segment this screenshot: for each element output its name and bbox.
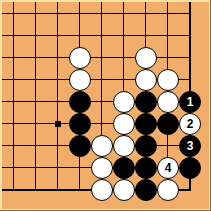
go-stone-white <box>135 47 157 69</box>
board-intersection <box>91 69 113 91</box>
board-intersection <box>135 3 157 25</box>
board-intersection <box>157 69 179 91</box>
board-intersection <box>69 157 91 179</box>
board-intersection <box>113 47 135 69</box>
board-intersection <box>25 47 47 69</box>
hoshi-star-point <box>55 121 61 127</box>
board-intersection <box>25 157 47 179</box>
board-intersection <box>157 113 179 135</box>
go-stone-white <box>69 47 91 69</box>
go-stone-black <box>135 113 157 135</box>
board-intersection <box>179 179 201 201</box>
board-intersection <box>69 179 91 201</box>
board-intersection <box>157 25 179 47</box>
board-intersection <box>47 157 69 179</box>
go-stone-white <box>113 91 135 113</box>
frame-shadow-right <box>210 0 211 211</box>
go-stone-white: 2 <box>179 113 201 135</box>
board-intersection <box>135 25 157 47</box>
board-intersection <box>25 69 47 91</box>
board-intersection <box>179 69 201 91</box>
go-stone-white <box>157 91 179 113</box>
go-stone-white <box>135 69 157 91</box>
go-stone-white <box>157 69 179 91</box>
frame-shadow-bottom <box>0 210 211 211</box>
board-intersection <box>179 157 201 179</box>
stone-grid: 1234 <box>3 3 201 201</box>
board-intersection <box>113 157 135 179</box>
board-intersection <box>47 91 69 113</box>
board-intersection <box>69 3 91 25</box>
move-number-label: 3 <box>187 140 194 152</box>
board-intersection <box>157 47 179 69</box>
board-intersection <box>113 69 135 91</box>
board-intersection <box>3 157 25 179</box>
go-stone-white <box>113 179 135 201</box>
go-stone-white: 4 <box>157 157 179 179</box>
board-intersection <box>135 179 157 201</box>
board-intersection <box>135 69 157 91</box>
board-intersection <box>25 3 47 25</box>
board-intersection <box>47 179 69 201</box>
go-stone-white <box>91 135 113 157</box>
go-stone-black <box>69 135 91 157</box>
board-intersection <box>47 135 69 157</box>
board-intersection <box>69 25 91 47</box>
board-intersection <box>3 135 25 157</box>
board-intersection <box>91 91 113 113</box>
board-intersection <box>3 113 25 135</box>
go-stone-black <box>113 157 135 179</box>
go-stone-black <box>135 179 157 201</box>
board-intersection <box>47 47 69 69</box>
move-number-label: 2 <box>187 118 194 130</box>
board-intersection: 4 <box>157 157 179 179</box>
move-number-label: 4 <box>165 162 172 174</box>
board-intersection <box>3 179 25 201</box>
board-intersection <box>135 47 157 69</box>
board-intersection <box>69 135 91 157</box>
board-intersection <box>69 69 91 91</box>
go-board-diagram: 1234 <box>0 0 211 211</box>
board-intersection <box>113 91 135 113</box>
board-intersection <box>91 113 113 135</box>
board-intersection <box>135 157 157 179</box>
board-intersection <box>3 25 25 47</box>
board-intersection <box>25 91 47 113</box>
board-intersection <box>179 25 201 47</box>
board-intersection <box>47 25 69 47</box>
board-intersection <box>113 135 135 157</box>
go-stone-black: 3 <box>179 135 201 157</box>
board-intersection <box>69 91 91 113</box>
go-stone-black <box>69 91 91 113</box>
board-intersection <box>3 69 25 91</box>
board-intersection <box>91 3 113 25</box>
frame-edge-top <box>0 0 211 2</box>
board-intersection <box>113 3 135 25</box>
board-intersection <box>25 25 47 47</box>
board-intersection <box>135 135 157 157</box>
board-intersection <box>3 91 25 113</box>
board-intersection <box>91 135 113 157</box>
board-intersection <box>179 47 201 69</box>
board-intersection <box>113 25 135 47</box>
board-intersection <box>69 113 91 135</box>
board-intersection <box>113 179 135 201</box>
board-intersection <box>157 3 179 25</box>
go-stone-black <box>135 135 157 157</box>
board-intersection <box>25 113 47 135</box>
go-stone-black <box>157 113 179 135</box>
go-stone-white <box>113 135 135 157</box>
go-stone-black <box>135 157 157 179</box>
board-intersection <box>157 91 179 113</box>
go-stone-white <box>157 179 179 201</box>
go-stone-black <box>135 91 157 113</box>
board-intersection <box>91 179 113 201</box>
board-intersection <box>47 3 69 25</box>
board-intersection <box>91 157 113 179</box>
board-intersection <box>25 179 47 201</box>
board-intersection <box>47 69 69 91</box>
go-stone-black: 1 <box>179 91 201 113</box>
board-intersection: 2 <box>179 113 201 135</box>
board-intersection <box>135 91 157 113</box>
board-intersection <box>179 3 201 25</box>
go-stone-white <box>113 113 135 135</box>
board-intersection <box>113 113 135 135</box>
board-intersection <box>91 47 113 69</box>
board-intersection: 3 <box>179 135 201 157</box>
board-intersection <box>3 47 25 69</box>
board-intersection <box>157 135 179 157</box>
board-intersection <box>69 47 91 69</box>
board-intersection: 1 <box>179 91 201 113</box>
move-number-label: 1 <box>187 96 194 108</box>
go-stone-black <box>69 113 91 135</box>
go-stone-white <box>91 157 113 179</box>
board-intersection <box>3 3 25 25</box>
go-stone-black <box>179 157 201 179</box>
board-intersection <box>91 25 113 47</box>
board-intersection <box>135 113 157 135</box>
board-intersection <box>157 179 179 201</box>
go-stone-white <box>91 179 113 201</box>
board-intersection <box>47 113 69 135</box>
go-stone-white <box>69 69 91 91</box>
board-intersection <box>25 135 47 157</box>
frame-edge-left <box>0 0 2 211</box>
